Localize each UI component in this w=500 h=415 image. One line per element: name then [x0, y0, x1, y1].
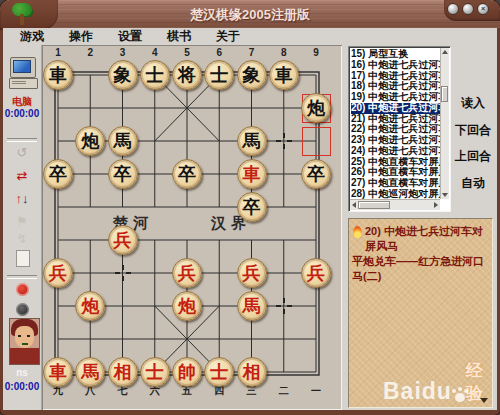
- move-list-item[interactable]: 28) 中炮巡河炮对屏风马: [351, 189, 440, 199]
- move-list-item[interactable]: 27) 中炮直横车对屏风马: [351, 178, 440, 189]
- piece-black-炮[interactable]: 炮: [301, 93, 331, 123]
- commentary-line1: 20) 中炮进七兵过河车对屏风马: [349, 219, 492, 254]
- next-round-button[interactable]: 下回合: [450, 122, 496, 139]
- piece-red-車[interactable]: 車: [237, 159, 267, 189]
- opening-book-list[interactable]: 15) 局型互换16) 中炮进七兵过河车对屏风马17) 中炮进七兵过河车对屏风马…: [348, 46, 451, 212]
- computer-player-icon: [9, 57, 37, 93]
- toolbar-separator: [7, 275, 37, 279]
- piece-red-相[interactable]: 相: [237, 357, 267, 387]
- vertical-scrollbar[interactable]: [440, 48, 449, 199]
- piece-black-将[interactable]: 将: [172, 60, 202, 90]
- piece-red-兵[interactable]: 兵: [172, 258, 202, 288]
- move-list-item[interactable]: 19) 中炮进七兵过河车对屏风马: [351, 92, 440, 103]
- toolbar-separator: [7, 138, 37, 142]
- piece-red-士[interactable]: 士: [140, 357, 170, 387]
- scroll-right-arrow[interactable]: [434, 202, 438, 208]
- maximize-button[interactable]: [462, 3, 474, 15]
- piece-black-卒[interactable]: 卒: [43, 159, 73, 189]
- xiangqi-board[interactable]: 楚河 汉界 123456789九八七六五四三二一車象士将士象車炮炮馬馬卒卒卒卒卒…: [42, 45, 342, 410]
- close-button[interactable]: ×: [477, 3, 489, 15]
- load-button[interactable]: 读入: [450, 95, 496, 112]
- piece-red-兵[interactable]: 兵: [301, 258, 331, 288]
- file-label-top: 1: [48, 47, 68, 58]
- player-avatar: [9, 318, 40, 365]
- piece-black-馬[interactable]: 馬: [108, 126, 138, 156]
- piece-red-兵[interactable]: 兵: [108, 225, 138, 255]
- piece-black-士[interactable]: 士: [140, 60, 170, 90]
- file-label-bottom: 一: [306, 384, 326, 398]
- player-clock: 0:00:00: [3, 381, 41, 392]
- hint-flag-icon[interactable]: ⚑: [3, 215, 41, 229]
- file-label-top: 5: [177, 47, 197, 58]
- computer-clock: 0:00:00: [3, 108, 41, 119]
- computer-player-label: 电脑: [3, 95, 41, 109]
- move-origin-cross-marker: [115, 265, 131, 281]
- minimize-button[interactable]: [447, 3, 459, 15]
- piece-black-車[interactable]: 車: [269, 60, 299, 90]
- horizontal-scrollbar[interactable]: [350, 199, 440, 210]
- piece-red-炮[interactable]: 炮: [172, 291, 202, 321]
- move-list-item-selected[interactable]: 20) 中炮进七兵过河车对屏风马: [351, 103, 440, 114]
- horizontal-scroll-thumb[interactable]: [358, 201, 390, 209]
- menu-about[interactable]: 关于: [208, 28, 248, 45]
- title-bar: 楚汉棋缘2005注册版 ×: [0, 0, 500, 28]
- piece-black-卒[interactable]: 卒: [301, 159, 331, 189]
- move-list-item[interactable]: 15) 局型互换: [351, 49, 440, 60]
- move-list-item[interactable]: 17) 中炮进七兵过河车对屏风马: [351, 71, 440, 82]
- black-seal-icon[interactable]: [16, 303, 29, 316]
- sort-updown-icon[interactable]: ↑↓: [3, 192, 41, 206]
- baidu-watermark: Baidu 经验 jingyan.baidu.com: [383, 359, 492, 408]
- move-list-item[interactable]: 24) 中炮进七兵过河车对屏风马: [351, 146, 440, 157]
- right-panel: 15) 局型互换16) 中炮进七兵过河车对屏风马17) 中炮进七兵过河车对屏风马…: [342, 45, 497, 410]
- watermark-brand: Baidu: [383, 378, 452, 405]
- move-list-item[interactable]: 16) 中炮进七兵过河车对屏风马: [351, 60, 440, 71]
- file-label-top: 3: [113, 47, 133, 58]
- commentary-line2: 平炮兑车——红方急进河口马(二): [349, 254, 492, 284]
- red-seal-icon[interactable]: [16, 283, 29, 296]
- move-origin-cross-marker: [276, 298, 292, 314]
- flame-icon: [353, 226, 362, 238]
- scroll-down-arrow[interactable]: [442, 193, 448, 197]
- move-list-item[interactable]: 25) 中炮直横车对屏风马: [351, 157, 440, 168]
- move-list-item[interactable]: 26) 中炮直横车对屏风马: [351, 167, 440, 178]
- piece-black-車[interactable]: 車: [43, 60, 73, 90]
- menu-chessbook[interactable]: 棋书: [159, 28, 199, 45]
- swap-sides-icon[interactable]: ⇄: [3, 169, 41, 183]
- prev-round-button[interactable]: 上回合: [450, 148, 496, 165]
- file-label-top: 8: [274, 47, 294, 58]
- piece-black-卒[interactable]: 卒: [172, 159, 202, 189]
- piece-red-相[interactable]: 相: [108, 357, 138, 387]
- commentary-scroll-arrow[interactable]: [480, 398, 488, 403]
- move-list-item[interactable]: 22) 中炮进七兵过河车对屏风马: [351, 124, 440, 135]
- app-window: 楚汉棋缘2005注册版 × 游戏 操作 设置 棋书 关于 电脑 0:00:00 …: [0, 0, 500, 415]
- file-label-top: 7: [242, 47, 262, 58]
- piece-black-馬[interactable]: 馬: [237, 126, 267, 156]
- menu-bar: 游戏 操作 设置 棋书 关于: [3, 28, 497, 46]
- player-name: ns: [3, 367, 41, 378]
- piece-red-兵[interactable]: 兵: [237, 258, 267, 288]
- piece-black-象[interactable]: 象: [237, 60, 267, 90]
- menu-operate[interactable]: 操作: [61, 28, 101, 45]
- move-origin-cross-marker: [276, 133, 292, 149]
- piece-red-兵[interactable]: 兵: [43, 258, 73, 288]
- scroll-up-arrow[interactable]: [442, 50, 448, 54]
- lightning-icon[interactable]: ↯: [3, 232, 41, 246]
- piece-red-車[interactable]: 車: [43, 357, 73, 387]
- piece-black-象[interactable]: 象: [108, 60, 138, 90]
- file-label-top: 6: [209, 47, 229, 58]
- left-toolbar: 电脑 0:00:00 ↺ ⇄ ↑↓ ⚑ ↯ ns 0:00:00: [3, 45, 42, 410]
- menu-settings[interactable]: 设置: [110, 28, 150, 45]
- commentary-panel: 20) 中炮进七兵过河车对屏风马 平炮兑车——红方急进河口马(二) Baidu …: [348, 218, 493, 408]
- file-label-bottom: 二: [274, 384, 294, 398]
- file-label-top: 2: [80, 47, 100, 58]
- document-icon[interactable]: [16, 250, 30, 267]
- scroll-left-arrow[interactable]: [352, 202, 356, 208]
- move-list-item[interactable]: 23) 中炮进七兵过河车对屏风马: [351, 135, 440, 146]
- piece-red-帥[interactable]: 帥: [172, 357, 202, 387]
- piece-red-馬[interactable]: 馬: [237, 291, 267, 321]
- window-title: 楚汉棋缘2005注册版: [0, 6, 500, 24]
- vertical-scroll-thumb[interactable]: [441, 86, 448, 102]
- watermark-url: jingyan.baidu.com: [383, 407, 492, 408]
- auto-button[interactable]: 自动: [450, 175, 496, 192]
- file-label-top: 4: [145, 47, 165, 58]
- piece-black-卒[interactable]: 卒: [108, 159, 138, 189]
- file-label-top: 9: [306, 47, 326, 58]
- takeback-hand-icon[interactable]: ↺: [3, 146, 41, 160]
- move-list-item[interactable]: 18) 中炮进七兵过河车对屏风马: [351, 81, 440, 92]
- piece-black-卒[interactable]: 卒: [237, 192, 267, 222]
- menu-game[interactable]: 游戏: [12, 28, 52, 45]
- move-list-item[interactable]: 21) 中炮进七兵过河车对屏风马: [351, 114, 440, 125]
- last-move-marker: [302, 127, 331, 156]
- paw-icon: [452, 387, 464, 403]
